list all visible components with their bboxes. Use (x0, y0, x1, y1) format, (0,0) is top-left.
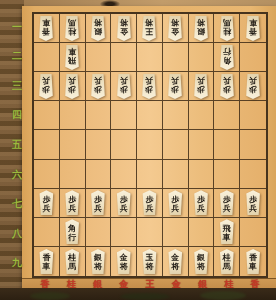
piece-face: 歩兵 (36, 190, 56, 215)
square-3-2[interactable] (189, 43, 215, 72)
piece-face: 飛車 (217, 219, 237, 244)
rank-label-8: 八 (10, 228, 24, 240)
piece-face: 玉将 (139, 249, 159, 274)
piece-gote-pawn[interactable]: 歩兵 (217, 74, 237, 99)
piece-gote-silver[interactable]: 銀将 (88, 16, 108, 41)
square-2-3[interactable]: 歩兵 (214, 72, 240, 101)
square-8-6[interactable] (60, 160, 86, 189)
square-1-3[interactable]: 歩兵 (240, 72, 266, 101)
piece-face: 金将 (165, 249, 185, 274)
square-4-3[interactable]: 歩兵 (163, 72, 189, 101)
piece-sente-pawn[interactable]: 歩兵 (88, 190, 108, 215)
shogi-board-grid: 香車桂馬銀将金将王将金将銀将桂馬香車飛車角行歩兵歩兵歩兵歩兵歩兵歩兵歩兵歩兵歩兵… (32, 12, 268, 278)
square-1-4[interactable] (240, 101, 266, 130)
square-5-7[interactable]: 歩兵 (137, 189, 163, 218)
square-4-9[interactable]: 金将 (163, 247, 189, 276)
piece-face: 金将 (114, 249, 134, 274)
square-3-6[interactable] (189, 160, 215, 189)
square-8-3[interactable]: 歩兵 (60, 72, 86, 101)
piece-face: 歩兵 (88, 74, 108, 99)
piece-gote-knight[interactable]: 桂馬 (62, 16, 82, 41)
square-7-2[interactable] (86, 43, 112, 72)
square-2-8[interactable]: 飛車 (214, 218, 240, 247)
piece-face: 角行 (62, 219, 82, 244)
square-7-3[interactable]: 歩兵 (86, 72, 112, 101)
square-9-9[interactable]: 香車 (34, 247, 60, 276)
piece-face: 桂馬 (217, 16, 237, 41)
square-4-4[interactable] (163, 101, 189, 130)
square-9-2[interactable] (34, 43, 60, 72)
square-3-9[interactable]: 銀将 (189, 247, 215, 276)
piece-face: 歩兵 (217, 190, 237, 215)
square-9-4[interactable] (34, 101, 60, 130)
square-2-2[interactable]: 角行 (214, 43, 240, 72)
piece-gote-pawn[interactable]: 歩兵 (62, 74, 82, 99)
piece-face: 飛車 (62, 45, 82, 70)
piece-face: 香車 (243, 16, 263, 41)
piece-sente-pawn[interactable]: 歩兵 (191, 190, 211, 215)
piece-gote-king[interactable]: 王将 (139, 16, 159, 41)
square-8-7[interactable]: 歩兵 (60, 189, 86, 218)
piece-gote-pawn[interactable]: 歩兵 (36, 74, 56, 99)
square-7-4[interactable] (86, 101, 112, 130)
piece-face: 銀将 (191, 249, 211, 274)
square-7-8[interactable] (86, 218, 112, 247)
piece-gote-knight[interactable]: 桂馬 (217, 16, 237, 41)
square-6-8[interactable] (111, 218, 137, 247)
square-8-4[interactable] (60, 101, 86, 130)
square-3-5[interactable] (189, 130, 215, 159)
square-7-9[interactable]: 銀将 (86, 247, 112, 276)
piece-face: 歩兵 (165, 190, 185, 215)
square-1-5[interactable] (240, 130, 266, 159)
square-6-3[interactable]: 歩兵 (111, 72, 137, 101)
piece-gote-lance[interactable]: 香車 (36, 16, 56, 41)
square-9-8[interactable] (34, 218, 60, 247)
square-9-5[interactable] (34, 130, 60, 159)
table-texture-patch (200, 291, 246, 300)
square-5-8[interactable] (137, 218, 163, 247)
square-4-2[interactable] (163, 43, 189, 72)
piece-face: 歩兵 (191, 74, 211, 99)
piece-gote-pawn[interactable]: 歩兵 (191, 74, 211, 99)
square-2-6[interactable] (214, 160, 240, 189)
piece-face: 角行 (217, 45, 237, 70)
piece-gote-pawn[interactable]: 歩兵 (243, 74, 263, 99)
piece-face: 歩兵 (139, 74, 159, 99)
square-1-1[interactable]: 香車 (240, 14, 266, 43)
piece-face: 香車 (243, 249, 263, 274)
rank-label-1: 一 (10, 21, 24, 33)
piece-face: 歩兵 (114, 190, 134, 215)
square-3-1[interactable]: 銀将 (189, 14, 215, 43)
shogi-photo: 香車桂馬銀将金将王将金将銀将桂馬香車飛車角行歩兵歩兵歩兵歩兵歩兵歩兵歩兵歩兵歩兵… (0, 0, 276, 300)
square-9-6[interactable] (34, 160, 60, 189)
piece-face: 金将 (114, 16, 134, 41)
piece-face: 歩兵 (217, 74, 237, 99)
piece-face: 歩兵 (62, 190, 82, 215)
piece-gote-pawn[interactable]: 歩兵 (139, 74, 159, 99)
piece-sente-lance[interactable]: 香車 (243, 249, 263, 274)
piece-face: 歩兵 (88, 190, 108, 215)
square-1-9[interactable]: 香車 (240, 247, 266, 276)
piece-sente-bishop[interactable]: 角行 (62, 219, 82, 244)
piece-sente-gold[interactable]: 金将 (114, 249, 134, 274)
square-8-1[interactable]: 桂馬 (60, 14, 86, 43)
piece-sente-pawn[interactable]: 歩兵 (62, 190, 82, 215)
square-5-2[interactable] (137, 43, 163, 72)
square-2-7[interactable]: 歩兵 (214, 189, 240, 218)
piece-sente-pawn[interactable]: 歩兵 (165, 190, 185, 215)
square-6-6[interactable] (111, 160, 137, 189)
piece-face: 歩兵 (243, 74, 263, 99)
piece-face: 桂馬 (62, 249, 82, 274)
piece-sente-pawn[interactable]: 歩兵 (114, 190, 134, 215)
square-1-2[interactable] (240, 43, 266, 72)
square-3-8[interactable] (189, 218, 215, 247)
square-3-3[interactable]: 歩兵 (189, 72, 215, 101)
piece-face: 金将 (165, 16, 185, 41)
piece-sente-king[interactable]: 玉将 (139, 249, 159, 274)
square-1-6[interactable] (240, 160, 266, 189)
rank-label-3: 三 (10, 80, 24, 92)
square-9-1[interactable]: 香車 (34, 14, 60, 43)
square-8-5[interactable] (60, 130, 86, 159)
piece-sente-knight[interactable]: 桂馬 (217, 249, 237, 274)
square-2-1[interactable]: 桂馬 (214, 14, 240, 43)
square-8-9[interactable]: 桂馬 (60, 247, 86, 276)
square-7-7[interactable]: 歩兵 (86, 189, 112, 218)
piece-gote-lance[interactable]: 香車 (243, 16, 263, 41)
square-6-1[interactable]: 金将 (111, 14, 137, 43)
square-4-7[interactable]: 歩兵 (163, 189, 189, 218)
square-5-4[interactable] (137, 101, 163, 130)
square-6-7[interactable]: 歩兵 (111, 189, 137, 218)
piece-sente-gold[interactable]: 金将 (165, 249, 185, 274)
piece-gote-pawn[interactable]: 歩兵 (114, 74, 134, 99)
piece-face: 銀将 (88, 249, 108, 274)
piece-gote-gold[interactable]: 金将 (165, 16, 185, 41)
piece-face: 歩兵 (165, 74, 185, 99)
square-7-5[interactable] (86, 130, 112, 159)
square-5-5[interactable] (137, 130, 163, 159)
piece-face: 歩兵 (243, 190, 263, 215)
square-5-3[interactable]: 歩兵 (137, 72, 163, 101)
rank-label-2: 二 (10, 50, 24, 62)
square-4-6[interactable] (163, 160, 189, 189)
piece-face: 歩兵 (62, 74, 82, 99)
square-6-9[interactable]: 金将 (111, 247, 137, 276)
piece-face: 歩兵 (191, 190, 211, 215)
piece-sente-lance[interactable]: 香車 (36, 249, 56, 274)
piece-sente-silver[interactable]: 銀将 (88, 249, 108, 274)
square-3-7[interactable]: 歩兵 (189, 189, 215, 218)
square-2-5[interactable] (214, 130, 240, 159)
rank-label-7: 七 (10, 198, 24, 210)
piece-sente-knight[interactable]: 桂馬 (62, 249, 82, 274)
square-6-2[interactable] (111, 43, 137, 72)
piece-gote-bishop[interactable]: 角行 (217, 45, 237, 70)
piece-face: 香車 (36, 249, 56, 274)
shogi-board: 香車桂馬銀将金将王将金将銀将桂馬香車飛車角行歩兵歩兵歩兵歩兵歩兵歩兵歩兵歩兵歩兵… (22, 6, 276, 290)
rank-label-6: 六 (10, 169, 24, 181)
square-1-8[interactable] (240, 218, 266, 247)
piece-sente-pawn[interactable]: 歩兵 (243, 190, 263, 215)
square-4-1[interactable]: 金将 (163, 14, 189, 43)
square-4-8[interactable] (163, 218, 189, 247)
square-2-9[interactable]: 桂馬 (214, 247, 240, 276)
square-7-6[interactable] (86, 160, 112, 189)
piece-gote-pawn[interactable]: 歩兵 (165, 74, 185, 99)
piece-face: 香車 (36, 16, 56, 41)
piece-face: 歩兵 (139, 190, 159, 215)
square-3-4[interactable] (189, 101, 215, 130)
square-2-4[interactable] (214, 101, 240, 130)
piece-sente-rook[interactable]: 飛車 (217, 219, 237, 244)
piece-sente-pawn[interactable]: 歩兵 (36, 190, 56, 215)
rank-label-9: 九 (10, 257, 24, 269)
piece-face: 桂馬 (217, 249, 237, 274)
piece-face: 桂馬 (62, 16, 82, 41)
square-1-7[interactable]: 歩兵 (240, 189, 266, 218)
piece-sente-silver[interactable]: 銀将 (191, 249, 211, 274)
piece-face: 銀将 (191, 16, 211, 41)
square-6-4[interactable] (111, 101, 137, 130)
piece-sente-pawn[interactable]: 歩兵 (139, 190, 159, 215)
piece-gote-pawn[interactable]: 歩兵 (88, 74, 108, 99)
piece-gote-silver[interactable]: 銀将 (191, 16, 211, 41)
rank-label-4: 四 (10, 109, 24, 121)
square-7-1[interactable]: 銀将 (86, 14, 112, 43)
piece-face: 歩兵 (114, 74, 134, 99)
square-5-9[interactable]: 玉将 (137, 247, 163, 276)
square-9-3[interactable]: 歩兵 (34, 72, 60, 101)
piece-face: 歩兵 (36, 74, 56, 99)
square-5-6[interactable] (137, 160, 163, 189)
table-texture-patch (30, 292, 70, 300)
piece-gote-rook[interactable]: 飛車 (62, 45, 82, 70)
square-8-2[interactable]: 飛車 (60, 43, 86, 72)
square-4-5[interactable] (163, 130, 189, 159)
square-6-5[interactable] (111, 130, 137, 159)
table-texture-patch (120, 293, 170, 300)
square-5-1[interactable]: 王将 (137, 14, 163, 43)
piece-face: 王将 (139, 16, 159, 41)
piece-gote-gold[interactable]: 金将 (114, 16, 134, 41)
piece-sente-pawn[interactable]: 歩兵 (217, 190, 237, 215)
rank-label-5: 五 (10, 139, 24, 151)
square-9-7[interactable]: 歩兵 (34, 189, 60, 218)
square-8-8[interactable]: 角行 (60, 218, 86, 247)
piece-face: 銀将 (88, 16, 108, 41)
